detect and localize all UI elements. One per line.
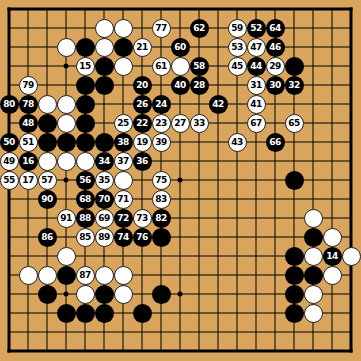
move-number: 40 xyxy=(174,81,186,90)
black-stone: 58 xyxy=(190,57,209,76)
black-stone: 80 xyxy=(0,95,19,114)
white-stone xyxy=(114,57,133,76)
white-stone xyxy=(114,266,133,285)
white-stone: 29 xyxy=(266,57,285,76)
black-stone: 62 xyxy=(190,19,209,38)
black-stone xyxy=(76,114,95,133)
white-stone: 15 xyxy=(76,57,95,76)
move-number: 73 xyxy=(136,214,148,223)
black-stone: 14 xyxy=(323,247,342,266)
white-stone: 87 xyxy=(76,266,95,285)
white-stone: 21 xyxy=(133,38,152,57)
white-stone xyxy=(38,152,57,171)
black-stone xyxy=(95,304,114,323)
white-stone: 33 xyxy=(190,114,209,133)
black-stone: 28 xyxy=(190,76,209,95)
move-number: 55 xyxy=(3,176,15,185)
move-number: 53 xyxy=(231,43,243,52)
black-stone xyxy=(285,171,304,190)
white-stone xyxy=(171,57,190,76)
white-stone xyxy=(114,285,133,304)
white-stone: 65 xyxy=(285,114,304,133)
black-stone: 60 xyxy=(171,38,190,57)
black-stone xyxy=(76,38,95,57)
black-stone: 70 xyxy=(95,190,114,209)
move-number: 71 xyxy=(117,195,129,204)
white-stone: 91 xyxy=(57,209,76,228)
white-stone: 27 xyxy=(171,114,190,133)
white-stone: 31 xyxy=(247,76,266,95)
black-stone: 76 xyxy=(133,228,152,247)
white-stone: 23 xyxy=(152,114,171,133)
black-stone: 34 xyxy=(95,152,114,171)
white-stone: 85 xyxy=(76,228,95,247)
move-number: 30 xyxy=(269,81,281,90)
move-number: 26 xyxy=(136,100,148,109)
move-number: 24 xyxy=(155,100,167,109)
white-stone: 77 xyxy=(152,19,171,38)
move-number: 44 xyxy=(250,62,262,71)
move-number: 45 xyxy=(231,62,243,71)
white-stone: 73 xyxy=(133,209,152,228)
white-stone: 53 xyxy=(228,38,247,57)
move-number: 42 xyxy=(212,100,224,109)
move-number: 25 xyxy=(117,119,129,128)
white-stone: 37 xyxy=(114,152,133,171)
move-number: 17 xyxy=(22,176,34,185)
white-stone xyxy=(323,228,342,247)
white-stone xyxy=(114,19,133,38)
move-number: 47 xyxy=(250,43,262,52)
black-stone xyxy=(304,228,323,247)
move-number: 65 xyxy=(288,119,300,128)
move-number: 37 xyxy=(117,157,129,166)
black-stone: 90 xyxy=(38,190,57,209)
black-stone: 42 xyxy=(209,95,228,114)
black-stone xyxy=(38,285,57,304)
move-number: 70 xyxy=(98,195,110,204)
black-stone: 24 xyxy=(152,95,171,114)
white-stone: 49 xyxy=(0,152,19,171)
black-stone: 78 xyxy=(19,95,38,114)
move-number: 46 xyxy=(269,43,281,52)
black-stone xyxy=(76,133,95,152)
white-stone xyxy=(95,266,114,285)
move-number: 62 xyxy=(193,24,205,33)
move-number: 89 xyxy=(98,233,110,242)
move-number: 48 xyxy=(22,119,34,128)
white-stone: 25 xyxy=(114,114,133,133)
black-stone: 64 xyxy=(266,19,285,38)
black-stone xyxy=(95,285,114,304)
move-number: 60 xyxy=(174,43,186,52)
move-number: 64 xyxy=(269,24,281,33)
black-stone xyxy=(76,95,95,114)
move-number: 41 xyxy=(250,100,262,109)
black-stone xyxy=(95,133,114,152)
white-stone xyxy=(57,247,76,266)
white-stone: 41 xyxy=(247,95,266,114)
black-stone: 26 xyxy=(133,95,152,114)
star-point xyxy=(64,64,69,69)
black-stone: 30 xyxy=(266,76,285,95)
white-stone xyxy=(57,38,76,57)
move-number: 19 xyxy=(136,138,148,147)
black-stone xyxy=(285,304,304,323)
white-stone xyxy=(342,247,361,266)
black-stone xyxy=(76,304,95,323)
black-stone xyxy=(57,133,76,152)
white-stone: 83 xyxy=(152,190,171,209)
white-stone: 45 xyxy=(228,57,247,76)
move-number: 68 xyxy=(79,195,91,204)
white-stone xyxy=(304,209,323,228)
move-number: 83 xyxy=(155,195,167,204)
move-number: 85 xyxy=(79,233,91,242)
move-number: 77 xyxy=(155,24,167,33)
move-number: 78 xyxy=(22,100,34,109)
white-stone xyxy=(57,152,76,171)
move-number: 67 xyxy=(250,119,262,128)
white-stone: 89 xyxy=(95,228,114,247)
black-stone: 40 xyxy=(171,76,190,95)
black-stone xyxy=(133,304,152,323)
black-stone: 82 xyxy=(152,209,171,228)
move-number: 14 xyxy=(326,252,338,261)
move-number: 38 xyxy=(117,138,129,147)
move-number: 51 xyxy=(22,138,34,147)
white-stone: 43 xyxy=(228,133,247,152)
move-number: 82 xyxy=(155,214,167,223)
white-stone: 69 xyxy=(95,209,114,228)
move-number: 87 xyxy=(79,271,91,280)
white-stone xyxy=(95,19,114,38)
move-number: 21 xyxy=(136,43,148,52)
black-stone xyxy=(152,285,171,304)
move-number: 22 xyxy=(136,119,148,128)
move-number: 58 xyxy=(193,62,205,71)
black-stone: 66 xyxy=(266,133,285,152)
black-stone xyxy=(76,76,95,95)
white-stone xyxy=(38,266,57,285)
move-number: 32 xyxy=(288,81,300,90)
black-stone: 22 xyxy=(133,114,152,133)
white-stone: 39 xyxy=(152,133,171,152)
star-point xyxy=(64,178,69,183)
white-stone xyxy=(304,285,323,304)
black-stone xyxy=(38,133,57,152)
go-board: 7762595264216053474615615845442979204028… xyxy=(0,0,361,361)
black-stone xyxy=(285,247,304,266)
black-stone xyxy=(285,266,304,285)
black-stone: 88 xyxy=(76,209,95,228)
move-number: 34 xyxy=(98,157,110,166)
white-stone xyxy=(57,95,76,114)
black-stone xyxy=(57,266,76,285)
white-stone: 75 xyxy=(152,171,171,190)
white-stone xyxy=(76,152,95,171)
move-number: 88 xyxy=(79,214,91,223)
white-stone xyxy=(304,247,323,266)
black-stone: 44 xyxy=(247,57,266,76)
move-number: 23 xyxy=(155,119,167,128)
move-number: 36 xyxy=(136,157,148,166)
white-stone: 67 xyxy=(247,114,266,133)
black-stone: 46 xyxy=(266,38,285,57)
white-stone: 55 xyxy=(0,171,19,190)
go-diagram: 7762595264216053474615615845442979204028… xyxy=(0,0,361,361)
black-stone xyxy=(285,57,304,76)
move-number: 56 xyxy=(79,176,91,185)
black-stone xyxy=(152,228,171,247)
white-stone xyxy=(323,266,342,285)
black-stone xyxy=(57,304,76,323)
black-stone: 68 xyxy=(76,190,95,209)
move-number: 16 xyxy=(22,157,34,166)
move-number: 31 xyxy=(250,81,262,90)
black-stone: 32 xyxy=(285,76,304,95)
black-stone: 16 xyxy=(19,152,38,171)
move-number: 86 xyxy=(41,233,53,242)
white-stone: 57 xyxy=(38,171,57,190)
black-stone xyxy=(304,266,323,285)
move-number: 35 xyxy=(98,176,110,185)
move-number: 76 xyxy=(136,233,148,242)
white-stone xyxy=(304,304,323,323)
move-number: 20 xyxy=(136,81,148,90)
white-stone xyxy=(19,266,38,285)
black-stone: 48 xyxy=(19,114,38,133)
move-number: 28 xyxy=(193,81,205,90)
move-number: 66 xyxy=(269,138,281,147)
star-point xyxy=(64,292,69,297)
move-number: 91 xyxy=(60,214,72,223)
move-number: 79 xyxy=(22,81,34,90)
white-stone xyxy=(114,171,133,190)
move-number: 43 xyxy=(231,138,243,147)
move-number: 49 xyxy=(3,157,15,166)
move-number: 90 xyxy=(41,195,53,204)
white-stone: 71 xyxy=(114,190,133,209)
white-stone xyxy=(95,38,114,57)
star-point xyxy=(178,178,183,183)
move-number: 27 xyxy=(174,119,186,128)
white-stone: 51 xyxy=(19,133,38,152)
black-stone xyxy=(38,114,57,133)
move-number: 75 xyxy=(155,176,167,185)
white-stone: 61 xyxy=(152,57,171,76)
move-number: 80 xyxy=(3,100,15,109)
black-stone: 50 xyxy=(0,133,19,152)
black-stone xyxy=(285,285,304,304)
black-stone: 86 xyxy=(38,228,57,247)
star-point xyxy=(178,292,183,297)
move-number: 72 xyxy=(117,214,129,223)
white-stone: 17 xyxy=(19,171,38,190)
black-stone xyxy=(95,57,114,76)
white-stone xyxy=(57,114,76,133)
white-stone: 47 xyxy=(247,38,266,57)
black-stone: 56 xyxy=(76,171,95,190)
white-stone: 19 xyxy=(133,133,152,152)
move-number: 59 xyxy=(231,24,243,33)
black-stone: 72 xyxy=(114,209,133,228)
white-stone xyxy=(38,95,57,114)
move-number: 29 xyxy=(269,62,281,71)
white-stone: 79 xyxy=(19,76,38,95)
black-stone: 38 xyxy=(114,133,133,152)
move-number: 69 xyxy=(98,214,110,223)
black-stone xyxy=(114,38,133,57)
black-stone: 52 xyxy=(247,19,266,38)
black-stone xyxy=(95,76,114,95)
move-number: 50 xyxy=(3,138,15,147)
black-stone: 74 xyxy=(114,228,133,247)
white-stone: 59 xyxy=(228,19,247,38)
black-stone: 36 xyxy=(133,152,152,171)
move-number: 33 xyxy=(193,119,205,128)
black-stone: 20 xyxy=(133,76,152,95)
move-number: 52 xyxy=(250,24,262,33)
white-stone: 35 xyxy=(95,171,114,190)
move-number: 61 xyxy=(155,62,167,71)
move-number: 39 xyxy=(155,138,167,147)
move-number: 15 xyxy=(79,62,91,71)
white-stone xyxy=(76,285,95,304)
move-number: 57 xyxy=(41,176,53,185)
move-number: 74 xyxy=(117,233,129,242)
